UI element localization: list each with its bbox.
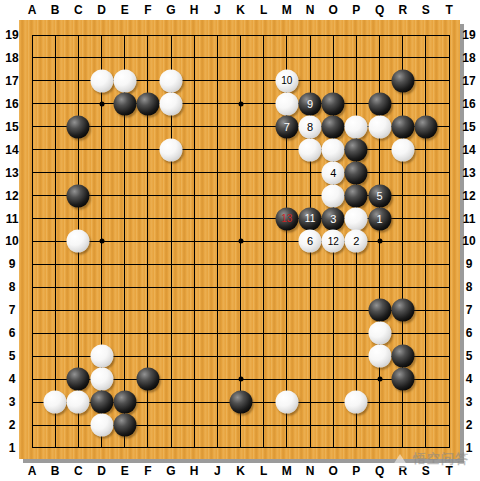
row-label-left: 8: [9, 281, 16, 293]
stone-white-Q15[interactable]: [368, 115, 391, 138]
col-label-top: P: [352, 4, 360, 16]
stone-white-P10[interactable]: 2: [345, 230, 368, 253]
col-label-top: R: [398, 4, 407, 16]
move-number: 8: [307, 121, 313, 132]
move-number: 7: [284, 121, 290, 132]
stone-black-S15[interactable]: [414, 115, 437, 138]
stone-white-P15[interactable]: [345, 115, 368, 138]
star-point: [238, 101, 243, 106]
move-number: 1: [376, 213, 382, 224]
col-label-bottom: N: [306, 465, 315, 477]
col-label-top: J: [214, 4, 221, 16]
row-label-left: 1: [9, 442, 16, 454]
stone-white-Q6[interactable]: [368, 322, 391, 345]
row-label-left: 19: [5, 29, 18, 41]
stone-white-D17[interactable]: [90, 69, 113, 92]
stone-white-B3[interactable]: [44, 391, 67, 414]
stone-white-O14[interactable]: [322, 138, 345, 161]
row-label-left: 16: [5, 98, 18, 110]
row-label-left: 13: [5, 167, 18, 179]
stone-black-E2[interactable]: [113, 414, 136, 437]
col-label-top: O: [329, 4, 338, 16]
col-label-bottom: K: [236, 465, 245, 477]
stone-black-R4[interactable]: [391, 368, 414, 391]
col-label-top: E: [121, 4, 129, 16]
row-label-right: 8: [466, 281, 473, 293]
row-label-left: 10: [5, 235, 18, 247]
stone-white-D5[interactable]: [90, 345, 113, 368]
move-number: 3: [330, 213, 336, 224]
stone-black-R7[interactable]: [391, 299, 414, 322]
row-label-left: 5: [9, 350, 16, 362]
star-point: [377, 377, 382, 382]
col-label-bottom: M: [282, 465, 292, 477]
move-number: 6: [307, 236, 313, 247]
stone-white-N14[interactable]: [299, 138, 322, 161]
col-label-bottom: E: [121, 465, 129, 477]
star-point: [99, 101, 104, 106]
stone-white-N10[interactable]: 6: [299, 230, 322, 253]
stone-black-M15[interactable]: 7: [275, 115, 298, 138]
row-label-right: 16: [462, 98, 475, 110]
star-point: [238, 377, 243, 382]
row-label-right: 9: [466, 258, 473, 270]
star-point: [238, 239, 243, 244]
col-label-bottom: L: [260, 465, 267, 477]
row-label-left: 14: [5, 144, 18, 156]
row-label-left: 17: [5, 75, 18, 87]
stone-white-P11[interactable]: [345, 207, 368, 230]
stone-black-R5[interactable]: [391, 345, 414, 368]
col-label-bottom: J: [214, 465, 221, 477]
col-label-bottom: B: [51, 465, 60, 477]
grid-vline: [425, 35, 426, 448]
row-label-left: 2: [9, 419, 16, 431]
stone-white-M3[interactable]: [275, 391, 298, 414]
col-label-bottom: O: [329, 465, 338, 477]
col-label-top: L: [260, 4, 267, 16]
col-label-bottom: H: [190, 465, 199, 477]
star-point: [99, 239, 104, 244]
move-number: 5: [376, 190, 382, 201]
stone-black-F4[interactable]: [136, 368, 159, 391]
stone-white-D4[interactable]: [90, 368, 113, 391]
col-label-top: T: [445, 4, 452, 16]
row-label-right: 19: [462, 29, 475, 41]
stone-white-P3[interactable]: [345, 391, 368, 414]
col-label-bottom: Q: [375, 465, 384, 477]
row-label-left: 6: [9, 327, 16, 339]
stone-white-R14[interactable]: [391, 138, 414, 161]
col-label-top: B: [51, 4, 60, 16]
col-label-bottom: T: [445, 465, 452, 477]
row-label-right: 1: [466, 442, 473, 454]
row-label-right: 6: [466, 327, 473, 339]
col-label-top: M: [282, 4, 292, 16]
col-label-top: A: [28, 4, 37, 16]
stone-black-Q11[interactable]: 1: [368, 207, 391, 230]
stone-black-Q7[interactable]: [368, 299, 391, 322]
star-point: [377, 239, 382, 244]
col-label-top: G: [166, 4, 175, 16]
row-label-right: 2: [466, 419, 473, 431]
stone-black-O16[interactable]: [322, 92, 345, 115]
stone-white-G14[interactable]: [160, 138, 183, 161]
col-label-bottom: D: [97, 465, 106, 477]
stone-white-O10[interactable]: 12: [322, 230, 345, 253]
col-label-bottom: S: [422, 465, 430, 477]
stone-black-Q16[interactable]: [368, 92, 391, 115]
row-label-left: 18: [5, 52, 18, 64]
row-label-left: 11: [6, 213, 19, 225]
stone-white-O13[interactable]: 4: [322, 161, 345, 184]
row-label-right: 5: [466, 350, 473, 362]
stone-black-O11[interactable]: 3: [322, 207, 345, 230]
stone-black-F16[interactable]: [136, 92, 159, 115]
row-label-right: 10: [462, 235, 475, 247]
go-diagram: AABBCCDDEEFFGGHHJJKKLLMMNNOOPPQQRRSSTT19…: [0, 0, 480, 481]
stone-white-C10[interactable]: [67, 230, 90, 253]
col-label-bottom: C: [74, 465, 83, 477]
col-label-top: C: [74, 4, 83, 16]
stone-black-O15[interactable]: [322, 115, 345, 138]
move-number: 10: [281, 76, 292, 86]
col-label-bottom: G: [166, 465, 175, 477]
col-label-bottom: R: [398, 465, 407, 477]
stone-black-C12[interactable]: [67, 184, 90, 207]
row-label-right: 17: [462, 75, 475, 87]
stone-white-D2[interactable]: [90, 414, 113, 437]
row-label-right: 12: [462, 190, 475, 202]
row-label-left: 7: [9, 304, 16, 316]
col-label-top: K: [236, 4, 245, 16]
col-label-top: D: [97, 4, 106, 16]
col-label-top: N: [306, 4, 315, 16]
stone-black-P13[interactable]: [345, 161, 368, 184]
row-label-left: 4: [9, 373, 16, 385]
row-label-right: 14: [462, 144, 475, 156]
stone-white-E17[interactable]: [113, 69, 136, 92]
stone-black-R15[interactable]: [391, 115, 414, 138]
stone-white-N15[interactable]: 8: [299, 115, 322, 138]
stone-black-P14[interactable]: [345, 138, 368, 161]
row-label-right: 4: [466, 373, 473, 385]
col-label-top: S: [422, 4, 430, 16]
row-label-left: 3: [9, 396, 16, 408]
stone-black-E3[interactable]: [113, 391, 136, 414]
move-number: 13: [281, 214, 292, 224]
move-number: 9: [307, 98, 313, 109]
stone-black-R17[interactable]: [391, 69, 414, 92]
grid-hline: [32, 287, 449, 288]
stone-white-M16[interactable]: [275, 92, 298, 115]
grid-vline: [449, 35, 450, 448]
row-label-left: 9: [9, 258, 16, 270]
col-label-top: F: [144, 4, 151, 16]
row-label-right: 15: [462, 121, 475, 133]
move-number: 4: [330, 167, 336, 178]
move-number: 2: [353, 236, 359, 247]
stone-black-E16[interactable]: [113, 92, 136, 115]
row-label-left: 12: [5, 190, 18, 202]
row-label-right: 7: [466, 304, 473, 316]
stone-white-G16[interactable]: [160, 92, 183, 115]
stone-white-Q5[interactable]: [368, 345, 391, 368]
stone-white-O12[interactable]: [322, 184, 345, 207]
stone-white-C3[interactable]: [67, 391, 90, 414]
col-label-bottom: P: [352, 465, 360, 477]
stone-white-G17[interactable]: [160, 69, 183, 92]
stone-black-Q12[interactable]: 5: [368, 184, 391, 207]
stone-black-D3[interactable]: [90, 391, 113, 414]
grid-hline: [32, 264, 449, 265]
stone-black-K3[interactable]: [229, 391, 252, 414]
row-label-right: 13: [462, 167, 475, 179]
move-number: 12: [328, 236, 339, 246]
grid-hline: [32, 447, 449, 448]
grid-vline: [263, 35, 264, 448]
row-label-right: 3: [466, 396, 473, 408]
stone-black-C15[interactable]: [67, 115, 90, 138]
row-label-right: 11: [463, 213, 476, 225]
stone-black-N11[interactable]: 11: [299, 207, 322, 230]
col-label-top: H: [190, 4, 199, 16]
col-label-bottom: A: [28, 465, 37, 477]
col-label-top: Q: [375, 4, 384, 16]
stone-white-M17[interactable]: 10: [275, 69, 298, 92]
stone-black-P12[interactable]: [345, 184, 368, 207]
stone-black-N16[interactable]: 9: [299, 92, 322, 115]
move-number: 11: [305, 214, 315, 224]
col-label-bottom: F: [144, 465, 151, 477]
row-label-left: 15: [5, 121, 18, 133]
stone-black-M11[interactable]: 13: [275, 207, 298, 230]
row-label-right: 18: [462, 52, 475, 64]
stone-black-C4[interactable]: [67, 368, 90, 391]
